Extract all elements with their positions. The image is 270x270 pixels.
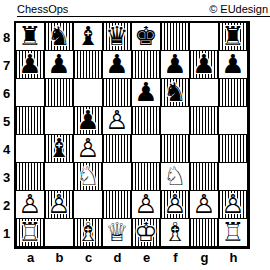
rank-label-3: 3 xyxy=(0,163,13,191)
black-rook-a8[interactable] xyxy=(16,23,44,50)
square-c7[interactable] xyxy=(74,51,103,79)
file-labels: abcdefgh xyxy=(16,250,248,266)
file-label-g: g xyxy=(190,250,219,266)
square-e3[interactable] xyxy=(132,163,161,191)
square-e8[interactable] xyxy=(132,23,161,51)
square-f3[interactable] xyxy=(161,163,190,191)
square-c1[interactable] xyxy=(74,219,103,247)
chessops-window: ChessOps © EUdesign 87654321 abcdefgh xyxy=(0,0,270,270)
black-bishop-c8[interactable] xyxy=(74,23,102,50)
square-c3[interactable] xyxy=(74,163,103,191)
white-rook-h1[interactable] xyxy=(219,219,247,246)
rank-labels: 87654321 xyxy=(0,23,13,247)
white-queen-d1[interactable] xyxy=(103,219,131,246)
black-pawn-b7[interactable] xyxy=(45,51,73,78)
square-f8[interactable] xyxy=(161,23,190,51)
square-c4[interactable] xyxy=(74,135,103,163)
square-a8[interactable] xyxy=(16,23,45,51)
file-label-h: h xyxy=(219,250,248,266)
black-rook-h8[interactable] xyxy=(219,23,247,50)
square-a6[interactable] xyxy=(16,79,45,107)
black-bishop-b4[interactable] xyxy=(45,135,73,162)
square-h8[interactable] xyxy=(219,23,248,51)
white-knight-c3[interactable] xyxy=(74,163,102,190)
square-g4[interactable] xyxy=(190,135,219,163)
file-label-e: e xyxy=(132,250,161,266)
square-f1[interactable] xyxy=(161,219,190,247)
square-d1[interactable] xyxy=(103,219,132,247)
black-pawn-h7[interactable] xyxy=(219,51,247,78)
white-pawn-g2[interactable] xyxy=(190,191,218,218)
black-pawn-a7[interactable] xyxy=(16,51,44,78)
square-h3[interactable] xyxy=(219,163,248,191)
square-b8[interactable] xyxy=(45,23,74,51)
square-g3[interactable] xyxy=(190,163,219,191)
black-pawn-d7[interactable] xyxy=(103,51,131,78)
white-pawn-d5[interactable] xyxy=(103,107,131,134)
black-pawn-f7[interactable] xyxy=(161,51,189,78)
square-f7[interactable] xyxy=(161,51,190,79)
square-b7[interactable] xyxy=(45,51,74,79)
black-queen-d8[interactable] xyxy=(103,23,131,50)
square-e2[interactable] xyxy=(132,191,161,219)
square-e4[interactable] xyxy=(132,135,161,163)
square-f5[interactable] xyxy=(161,107,190,135)
square-b2[interactable] xyxy=(45,191,74,219)
square-g5[interactable] xyxy=(190,107,219,135)
square-h2[interactable] xyxy=(219,191,248,219)
file-label-c: c xyxy=(74,250,103,266)
rank-label-6: 6 xyxy=(0,79,13,107)
white-king-e1[interactable] xyxy=(132,219,160,246)
square-h4[interactable] xyxy=(219,135,248,163)
square-d4[interactable] xyxy=(103,135,132,163)
square-h1[interactable] xyxy=(219,219,248,247)
square-a7[interactable] xyxy=(16,51,45,79)
white-pawn-f2[interactable] xyxy=(161,191,189,218)
square-f4[interactable] xyxy=(161,135,190,163)
file-label-b: b xyxy=(45,250,74,266)
rank-label-5: 5 xyxy=(0,107,13,135)
square-d7[interactable] xyxy=(103,51,132,79)
rank-label-2: 2 xyxy=(0,191,13,219)
rank-label-7: 7 xyxy=(0,51,13,79)
rank-label-8: 8 xyxy=(0,23,13,51)
white-bishop-c1[interactable] xyxy=(74,219,102,246)
square-d3[interactable] xyxy=(103,163,132,191)
white-pawn-c4[interactable] xyxy=(74,135,102,162)
square-a4[interactable] xyxy=(16,135,45,163)
black-king-e8[interactable] xyxy=(132,23,160,50)
square-e1[interactable] xyxy=(132,219,161,247)
square-a2[interactable] xyxy=(16,191,45,219)
square-h5[interactable] xyxy=(219,107,248,135)
square-c6[interactable] xyxy=(74,79,103,107)
square-g7[interactable] xyxy=(190,51,219,79)
black-pawn-g7[interactable] xyxy=(190,51,218,78)
white-pawn-e2[interactable] xyxy=(132,191,160,218)
square-e5[interactable] xyxy=(132,107,161,135)
square-b6[interactable] xyxy=(45,79,74,107)
square-f6[interactable] xyxy=(161,79,190,107)
credit-text: © EUdesign xyxy=(209,3,268,16)
white-pawn-b2[interactable] xyxy=(45,191,73,218)
white-pawn-a2[interactable] xyxy=(16,191,44,218)
square-g8[interactable] xyxy=(190,23,219,51)
square-g1[interactable] xyxy=(190,219,219,247)
square-d2[interactable] xyxy=(103,191,132,219)
square-g2[interactable] xyxy=(190,191,219,219)
file-label-a: a xyxy=(16,250,45,266)
header-divider xyxy=(17,16,270,17)
app-title: ChessOps xyxy=(17,3,68,16)
black-pawn-c5[interactable] xyxy=(74,107,102,134)
square-a3[interactable] xyxy=(16,163,45,191)
black-pawn-e6[interactable] xyxy=(132,79,160,106)
rank-label-4: 4 xyxy=(0,135,13,163)
square-b4[interactable] xyxy=(45,135,74,163)
white-rook-a1[interactable] xyxy=(16,219,44,246)
white-bishop-f1[interactable] xyxy=(161,219,189,246)
square-c5[interactable] xyxy=(74,107,103,135)
file-label-d: d xyxy=(103,250,132,266)
square-a5[interactable] xyxy=(16,107,45,135)
square-d8[interactable] xyxy=(103,23,132,51)
square-a1[interactable] xyxy=(16,219,45,247)
white-pawn-h2[interactable] xyxy=(219,191,247,218)
black-knight-b8[interactable] xyxy=(45,23,73,50)
chess-board[interactable] xyxy=(14,21,250,249)
square-e7[interactable] xyxy=(132,51,161,79)
square-g6[interactable] xyxy=(190,79,219,107)
black-knight-f6[interactable] xyxy=(161,79,189,106)
square-b1[interactable] xyxy=(45,219,74,247)
rank-label-1: 1 xyxy=(0,219,13,247)
square-b5[interactable] xyxy=(45,107,74,135)
square-h6[interactable] xyxy=(219,79,248,107)
white-knight-f3[interactable] xyxy=(161,163,189,190)
square-f2[interactable] xyxy=(161,191,190,219)
square-c8[interactable] xyxy=(74,23,103,51)
square-b3[interactable] xyxy=(45,163,74,191)
square-h7[interactable] xyxy=(219,51,248,79)
file-label-f: f xyxy=(161,250,190,266)
square-e6[interactable] xyxy=(132,79,161,107)
square-d6[interactable] xyxy=(103,79,132,107)
square-c2[interactable] xyxy=(74,191,103,219)
square-d5[interactable] xyxy=(103,107,132,135)
